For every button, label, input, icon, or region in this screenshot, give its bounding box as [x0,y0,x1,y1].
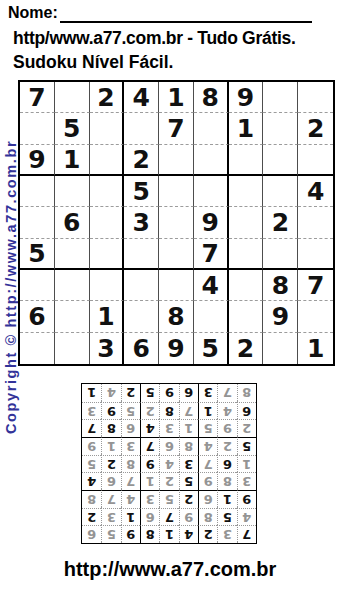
sudoku-puzzle-grid: 7241895712912546392574876189369521 [18,80,335,366]
puzzle-cell-r4c7 [229,176,264,207]
solution-cell-r5c8: 2 [101,455,120,473]
puzzle-cell-r6c6: 7 [194,239,229,270]
puzzle-cell-r2c1 [20,113,55,144]
puzzle-cell-r8c1: 6 [20,301,55,332]
solution-cell-r3c1: 9 [237,490,256,508]
solution-cell-r7c2: 9 [217,419,236,437]
solution-cell-r8c1: 6 [237,402,256,420]
solution-cell-r1c6: 8 [140,525,159,543]
puzzle-cell-r3c3 [90,145,125,176]
solution-cell-r4c1: 3 [237,472,256,490]
sudoku-sheet: Nome: http/www.a77.com.br - Tudo Grátis.… [0,0,340,596]
puzzle-cell-r1c7: 9 [229,82,264,113]
puzzle-cell-r7c1 [20,270,55,301]
solution-cell-r2c6: 6 [140,508,159,526]
puzzle-cell-r7c6: 4 [194,270,229,301]
puzzle-cell-r4c1 [20,176,55,207]
puzzle-cell-r1c8 [263,82,298,113]
puzzle-cell-r8c3: 1 [90,301,125,332]
puzzle-cell-r5c6: 9 [194,207,229,238]
puzzle-cell-r6c1: 5 [20,239,55,270]
puzzle-cell-r2c2: 5 [55,113,90,144]
puzzle-cell-r8c5: 8 [159,301,194,332]
puzzle-cell-r9c5: 9 [159,333,194,364]
solution-cell-r7c9: 7 [82,419,101,437]
solution-cell-r2c4: 9 [179,508,198,526]
solution-cell-r8c5: 8 [159,402,178,420]
puzzle-cell-r3c6 [194,145,229,176]
solution-cell-r1c8: 5 [101,525,120,543]
solution-cell-r9c7: 2 [121,384,140,402]
puzzle-cell-r3c5 [159,145,194,176]
solution-cell-r6c7: 3 [121,437,140,455]
solution-cell-r5c1: 1 [237,455,256,473]
puzzle-cell-r4c5 [159,176,194,207]
name-row: Nome: [8,3,312,23]
name-label: Nome: [8,3,58,23]
puzzle-cell-r2c9: 2 [298,113,333,144]
puzzle-cell-r3c9 [298,145,333,176]
solution-cell-r6c6: 7 [140,437,159,455]
puzzle-cell-r4c4: 5 [124,176,159,207]
puzzle-cell-r7c4 [124,270,159,301]
solution-cell-r8c7: 5 [121,402,140,420]
puzzle-cell-r3c2: 1 [55,145,90,176]
puzzle-cell-r6c8 [263,239,298,270]
solution-cell-r7c8: 8 [101,419,120,437]
solution-cell-r9c6: 5 [140,384,159,402]
solution-cell-r5c5: 4 [159,455,178,473]
solution-cell-r3c9: 8 [82,490,101,508]
solution-cell-r2c1: 4 [237,508,256,526]
solution-cell-r1c3: 2 [198,525,217,543]
solution-cell-r4c3: 9 [198,472,217,490]
solution-cell-r7c3: 5 [198,419,217,437]
puzzle-cell-r9c3: 3 [90,333,125,364]
puzzle-cell-r5c2: 6 [55,207,90,238]
solution-cell-r6c8: 1 [101,437,120,455]
puzzle-cell-r4c6 [194,176,229,207]
puzzle-cell-r6c3 [90,239,125,270]
solution-cell-r4c7: 7 [121,472,140,490]
puzzle-cell-r8c9 [298,301,333,332]
solution-cell-r5c6: 9 [140,455,159,473]
puzzle-level-title: Sudoku Nível Fácil. [13,52,173,73]
puzzle-cell-r7c7 [229,270,264,301]
puzzle-cell-r7c3 [90,270,125,301]
puzzle-cell-r9c9: 1 [298,333,333,364]
puzzle-cell-r9c2 [55,333,90,364]
solution-cell-r1c5: 1 [159,525,178,543]
solution-cell-r4c2: 8 [217,472,236,490]
solution-cell-r6c3: 4 [198,437,217,455]
puzzle-cell-r8c2 [55,301,90,332]
solution-cell-r1c2: 3 [217,525,236,543]
puzzle-cell-r4c9: 4 [298,176,333,207]
solution-cell-r6c4: 8 [179,437,198,455]
solution-cell-r2c8: 3 [101,508,120,526]
puzzle-cell-r2c7: 1 [229,113,264,144]
puzzle-cell-r6c5 [159,239,194,270]
puzzle-cell-r7c2 [55,270,90,301]
solution-cell-r4c9: 4 [82,472,101,490]
solution-cell-r6c9: 9 [82,437,101,455]
puzzle-cell-r2c6 [194,113,229,144]
solution-cell-r4c4: 5 [179,472,198,490]
solution-cell-r3c5: 5 [159,490,178,508]
puzzle-cell-r4c2 [55,176,90,207]
solution-cell-r6c2: 2 [217,437,236,455]
solution-cell-r9c9: 1 [82,384,101,402]
solution-cell-r5c2: 6 [217,455,236,473]
solution-cell-r5c3: 7 [198,455,217,473]
puzzle-cell-r1c4: 4 [124,82,159,113]
solution-cell-r9c4: 6 [179,384,198,402]
puzzle-cell-r5c1 [20,207,55,238]
solution-cell-r5c7: 8 [121,455,140,473]
solution-cell-r7c5: 3 [159,419,178,437]
puzzle-cell-r1c2 [55,82,90,113]
solution-cell-r3c2: 1 [217,490,236,508]
solution-cell-r3c6: 3 [140,490,159,508]
solution-cell-r8c3: 1 [198,402,217,420]
solution-cell-r8c4: 7 [179,402,198,420]
solution-cell-r2c9: 2 [82,508,101,526]
solution-cell-r8c2: 4 [217,402,236,420]
puzzle-cell-r3c1: 9 [20,145,55,176]
solution-cell-r9c1: 8 [237,384,256,402]
puzzle-cell-r1c1: 7 [20,82,55,113]
solution-cell-r1c9: 6 [82,525,101,543]
solution-cell-r3c8: 7 [101,490,120,508]
puzzle-cell-r9c7: 2 [229,333,264,364]
puzzle-cell-r9c8 [263,333,298,364]
puzzle-cell-r6c4 [124,239,159,270]
puzzle-cell-r9c1 [20,333,55,364]
puzzle-cell-r8c4 [124,301,159,332]
solution-cell-r9c5: 9 [159,384,178,402]
puzzle-cell-r1c9 [298,82,333,113]
solution-cell-r2c2: 5 [217,508,236,526]
puzzle-cell-r5c9 [298,207,333,238]
puzzle-cell-r6c2 [55,239,90,270]
solution-cell-r3c3: 6 [198,490,217,508]
puzzle-cell-r3c7 [229,145,264,176]
solution-cell-r4c5: 2 [159,472,178,490]
puzzle-cell-r9c6: 5 [194,333,229,364]
site-title: http/www.a77.com.br - Tudo Grátis. [13,28,295,49]
solution-cell-r4c8: 6 [101,472,120,490]
puzzle-cell-r1c3: 2 [90,82,125,113]
solution-cell-r2c5: 7 [159,508,178,526]
puzzle-cell-r2c8 [263,113,298,144]
puzzle-cell-r5c8: 2 [263,207,298,238]
solution-cell-r1c7: 9 [121,525,140,543]
solution-cell-r8c8: 9 [101,402,120,420]
solution-cell-r6c1: 5 [237,437,256,455]
solution-cell-r1c1: 7 [237,525,256,543]
puzzle-cell-r1c6: 8 [194,82,229,113]
solution-cell-r9c3: 3 [198,384,217,402]
solution-cell-r2c7: 1 [121,508,140,526]
puzzle-cell-r2c3 [90,113,125,144]
puzzle-cell-r7c8: 8 [263,270,298,301]
solution-cell-r8c9: 3 [82,402,101,420]
puzzle-cell-r9c4: 6 [124,333,159,364]
solution-cell-r4c6: 1 [140,472,159,490]
solution-cell-r5c4: 3 [179,455,198,473]
solution-cell-r3c4: 2 [179,490,198,508]
puzzle-cell-r5c5 [159,207,194,238]
solution-cell-r6c5: 6 [159,437,178,455]
puzzle-cell-r2c4 [124,113,159,144]
puzzle-cell-r4c3 [90,176,125,207]
solution-cell-r9c8: 4 [101,384,120,402]
puzzle-cell-r8c7 [229,301,264,332]
puzzle-cell-r5c4: 3 [124,207,159,238]
puzzle-cell-r3c4: 2 [124,145,159,176]
footer-url: http://www.a77.com.br [0,558,340,581]
name-blank-line [60,4,312,23]
puzzle-cell-r8c6 [194,301,229,332]
puzzle-cell-r5c3 [90,207,125,238]
puzzle-cell-r8c8: 9 [263,301,298,332]
sudoku-solution-grid-rotated: 7324189564589761329162534783895217641673… [81,383,257,544]
solution-cell-r2c3: 8 [198,508,217,526]
solution-cell-r7c7: 6 [121,419,140,437]
puzzle-cell-r3c8 [263,145,298,176]
puzzle-cell-r1c5: 1 [159,82,194,113]
solution-cell-r7c4: 1 [179,419,198,437]
puzzle-cell-r4c8 [263,176,298,207]
puzzle-cell-r2c5: 7 [159,113,194,144]
solution-cell-r8c6: 2 [140,402,159,420]
puzzle-cell-r7c9: 7 [298,270,333,301]
puzzle-cell-r5c7 [229,207,264,238]
solution-cell-r7c1: 2 [237,419,256,437]
solution-cell-r5c9: 5 [82,455,101,473]
solution-cell-r7c6: 4 [140,419,159,437]
puzzle-cell-r7c5 [159,270,194,301]
solution-cell-r3c7: 4 [121,490,140,508]
solution-cell-r1c4: 4 [179,525,198,543]
puzzle-cell-r6c7 [229,239,264,270]
puzzle-cell-r6c9 [298,239,333,270]
copyright-vertical-text: Copyright © http://www.a77.com.br [3,140,19,434]
solution-cell-r9c2: 7 [217,384,236,402]
